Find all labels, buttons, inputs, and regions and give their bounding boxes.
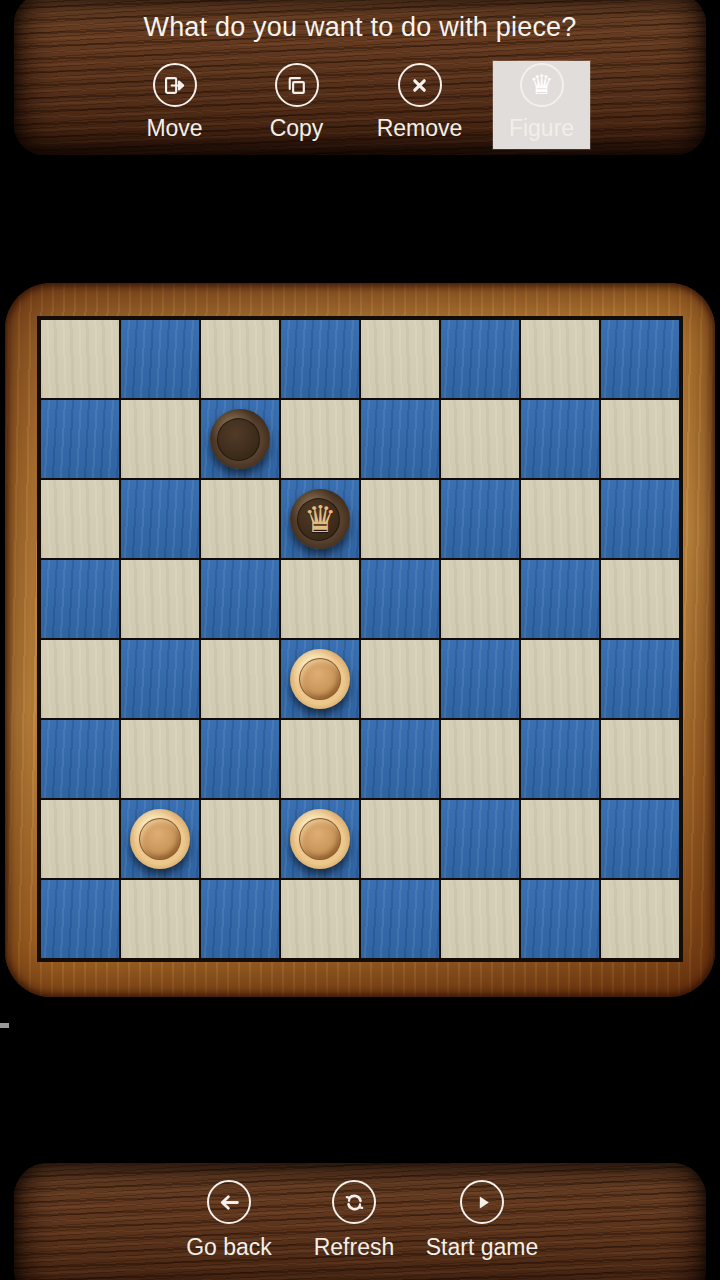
square-r6c4[interactable] [280,719,360,799]
square-r8c1[interactable] [40,879,120,959]
square-r7c5[interactable] [360,799,440,879]
square-r6c7[interactable] [520,719,600,799]
board-frame: ♛ [5,283,715,997]
go-back-button[interactable]: Go back [159,1178,299,1259]
square-r8c6[interactable] [440,879,520,959]
king-crown-icon: ♛ [290,489,350,549]
start-game-label: Start game [426,1235,539,1259]
square-r5c8[interactable] [600,639,680,719]
back-arrow-icon [207,1180,251,1224]
refresh-label: Refresh [314,1235,395,1259]
figure-label: Figure [509,116,574,140]
square-r8c3[interactable] [200,879,280,959]
white-man-piece[interactable] [290,809,350,869]
square-r4c8[interactable] [600,559,680,639]
square-r2c3[interactable] [200,399,280,479]
square-r4c3[interactable] [200,559,280,639]
square-r5c3[interactable] [200,639,280,719]
white-man-piece[interactable] [290,649,350,709]
square-r4c5[interactable] [360,559,440,639]
square-r1c6[interactable] [440,319,520,399]
square-r8c2[interactable] [120,879,200,959]
square-r3c8[interactable] [600,479,680,559]
square-r5c5[interactable] [360,639,440,719]
square-r6c3[interactable] [200,719,280,799]
refresh-button[interactable]: Refresh [284,1178,424,1259]
dialog-title: What do you want to do with piece? [14,13,706,41]
square-r1c4[interactable] [280,319,360,399]
square-r4c7[interactable] [520,559,600,639]
square-r1c3[interactable] [200,319,280,399]
square-r6c8[interactable] [600,719,680,799]
square-r3c4[interactable]: ♛ [280,479,360,559]
square-r6c6[interactable] [440,719,520,799]
square-r7c7[interactable] [520,799,600,879]
square-r8c5[interactable] [360,879,440,959]
square-r7c3[interactable] [200,799,280,879]
square-r7c8[interactable] [600,799,680,879]
square-r2c2[interactable] [120,399,200,479]
square-r4c1[interactable] [40,559,120,639]
copy-button[interactable]: Copy [248,61,345,149]
move-button[interactable]: Move [126,61,223,149]
refresh-icon [332,1180,376,1224]
square-r5c2[interactable] [120,639,200,719]
board-grid: ♛ [37,316,683,962]
square-r2c8[interactable] [600,399,680,479]
black-king-piece[interactable]: ♛ [290,489,350,549]
square-r1c7[interactable] [520,319,600,399]
square-r6c1[interactable] [40,719,120,799]
square-r8c8[interactable] [600,879,680,959]
figure-button-active[interactable]: ♛ Figure [493,61,590,149]
copy-icon [275,63,319,107]
square-r3c2[interactable] [120,479,200,559]
play-icon [460,1180,504,1224]
square-r3c6[interactable] [440,479,520,559]
square-r7c4[interactable] [280,799,360,879]
square-r5c6[interactable] [440,639,520,719]
square-r2c4[interactable] [280,399,360,479]
remove-icon [398,63,442,107]
square-r7c1[interactable] [40,799,120,879]
square-r2c1[interactable] [40,399,120,479]
square-r2c6[interactable] [440,399,520,479]
square-r3c1[interactable] [40,479,120,559]
move-icon [153,63,197,107]
square-r8c4[interactable] [280,879,360,959]
square-r8c7[interactable] [520,879,600,959]
square-r7c6[interactable] [440,799,520,879]
square-r7c2[interactable] [120,799,200,879]
square-r4c2[interactable] [120,559,200,639]
square-r4c6[interactable] [440,559,520,639]
white-man-piece[interactable] [130,809,190,869]
square-r3c3[interactable] [200,479,280,559]
square-r6c5[interactable] [360,719,440,799]
square-r1c2[interactable] [120,319,200,399]
remove-button[interactable]: Remove [371,61,468,149]
square-r1c1[interactable] [40,319,120,399]
square-r4c4[interactable] [280,559,360,639]
square-r2c5[interactable] [360,399,440,479]
square-r1c5[interactable] [360,319,440,399]
copy-label: Copy [270,116,324,140]
square-r3c5[interactable] [360,479,440,559]
remove-label: Remove [377,116,463,140]
square-r2c7[interactable] [520,399,600,479]
start-game-button[interactable]: Start game [412,1178,552,1259]
square-r6c2[interactable] [120,719,200,799]
go-back-label: Go back [186,1235,272,1259]
move-label: Move [146,116,202,140]
square-r1c8[interactable] [600,319,680,399]
square-r5c4[interactable] [280,639,360,719]
square-r3c7[interactable] [520,479,600,559]
square-r5c7[interactable] [520,639,600,719]
piece-action-dialog: What do you want to do with piece? Move … [14,0,706,155]
crown-icon: ♛ [520,63,564,107]
square-r5c1[interactable] [40,639,120,719]
screen-edge-artifact [0,1023,9,1028]
black-man-piece[interactable] [210,409,270,469]
bottom-nav-bar: Go back Refresh Start game [14,1163,706,1280]
